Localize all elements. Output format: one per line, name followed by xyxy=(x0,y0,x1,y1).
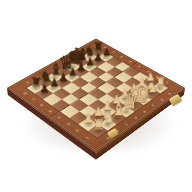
black-pawn: ♟ xyxy=(38,83,51,94)
photo-background: 87654321 87654321 abcdefgh abcdefgh ♜♞♝♛… xyxy=(0,0,192,192)
chess-board: 87654321 87654321 abcdefgh abcdefgh ♜♞♝♛… xyxy=(7,39,185,153)
board-frame: 87654321 87654321 abcdefgh abcdefgh ♜♞♝♛… xyxy=(7,39,185,153)
white-rook: ♜ xyxy=(91,117,105,131)
scene: 87654321 87654321 abcdefgh abcdefgh ♜♞♝♛… xyxy=(33,25,159,151)
